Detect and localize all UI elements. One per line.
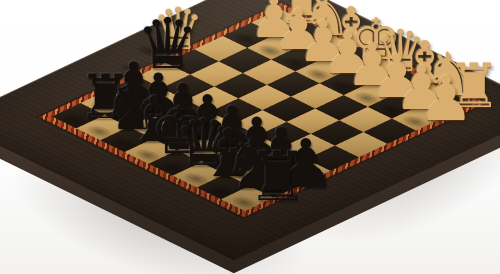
chess-set-product-photo: ♜♞♝♛♚♝♞♜♟♟♟♟♟♟♟♟♟♟♟♟♟♟♟♟♜♞♝♛♚♝♞♜♛♛ (0, 0, 500, 274)
